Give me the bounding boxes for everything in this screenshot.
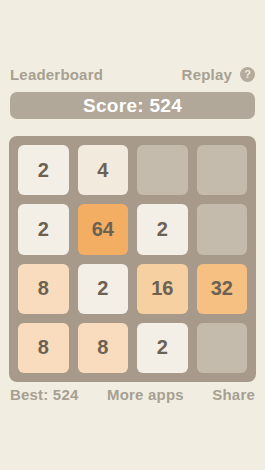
tile-2: 2	[137, 204, 188, 254]
replay-button[interactable]: Replay	[182, 66, 232, 83]
tile-2: 2	[18, 204, 69, 254]
tile-4: 4	[78, 145, 129, 195]
footer-bar: Best: 524 More apps Share	[10, 385, 255, 403]
leaderboard-button[interactable]: Leaderboard	[10, 66, 103, 83]
game-board[interactable]: 242642821632882	[9, 136, 256, 382]
top-bar: Leaderboard Replay ?	[10, 64, 255, 84]
score-label: Score: 524	[83, 95, 182, 117]
more-apps-button[interactable]: More apps	[107, 386, 184, 403]
empty-cell	[137, 145, 188, 195]
empty-cell	[197, 204, 248, 254]
share-button[interactable]: Share	[212, 386, 255, 403]
tile-16: 16	[137, 264, 188, 314]
tile-8: 8	[18, 264, 69, 314]
replay-group: Replay ?	[182, 66, 255, 83]
tile-32: 32	[197, 264, 248, 314]
empty-cell	[197, 323, 248, 373]
tile-2: 2	[18, 145, 69, 195]
help-icon[interactable]: ?	[240, 67, 255, 82]
score-banner: Score: 524	[10, 92, 255, 119]
tile-64: 64	[78, 204, 129, 254]
tile-2: 2	[137, 323, 188, 373]
best-score-label: Best: 524	[10, 386, 79, 403]
empty-cell	[197, 145, 248, 195]
tile-8: 8	[78, 323, 129, 373]
tile-2: 2	[78, 264, 129, 314]
tile-8: 8	[18, 323, 69, 373]
